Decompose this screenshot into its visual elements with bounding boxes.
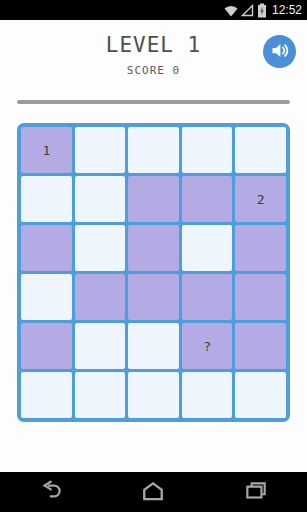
tile-r5c4[interactable]: ? — [182, 323, 233, 369]
tile-r2c1[interactable] — [21, 176, 72, 222]
speaker-icon — [269, 40, 290, 64]
tile-r1c3[interactable] — [128, 127, 179, 173]
header-divider — [17, 100, 290, 104]
recents-button[interactable] — [221, 472, 291, 512]
tile-r4c1[interactable] — [21, 274, 72, 320]
tile-r1c1[interactable]: 1 — [21, 127, 72, 173]
recents-icon — [243, 478, 269, 507]
tile-r6c5[interactable] — [235, 372, 286, 418]
tile-r4c3[interactable] — [128, 274, 179, 320]
tile-r6c1[interactable] — [21, 372, 72, 418]
tile-r6c3[interactable] — [128, 372, 179, 418]
tile-r6c2[interactable] — [75, 372, 126, 418]
tile-r3c2[interactable] — [75, 225, 126, 271]
score-text: SCORE 0 — [0, 64, 307, 77]
tile-r3c4[interactable] — [182, 225, 233, 271]
tile-r1c4[interactable] — [182, 127, 233, 173]
wifi-icon — [224, 4, 238, 17]
tile-r4c4[interactable] — [182, 274, 233, 320]
tile-r5c2[interactable] — [75, 323, 126, 369]
cell-signal-icon — [241, 4, 254, 17]
header: LEVEL 1 SCORE 0 — [0, 20, 307, 100]
tile-r3c1[interactable] — [21, 225, 72, 271]
tile-r5c1[interactable] — [21, 323, 72, 369]
battery-charging-icon — [257, 3, 267, 18]
tile-r4c5[interactable] — [235, 274, 286, 320]
tile-r4c2[interactable] — [75, 274, 126, 320]
tile-r2c2[interactable] — [75, 176, 126, 222]
tile-r2c3[interactable] — [128, 176, 179, 222]
tile-r1c5[interactable] — [235, 127, 286, 173]
tile-r6c4[interactable] — [182, 372, 233, 418]
tile-r1c2[interactable] — [75, 127, 126, 173]
home-button[interactable] — [118, 472, 188, 512]
android-nav-bar — [0, 472, 307, 512]
tile-r3c5[interactable] — [235, 225, 286, 271]
back-icon — [38, 478, 64, 507]
tile-r2c5[interactable]: 2 — [235, 176, 286, 222]
page-title: LEVEL 1 — [0, 33, 307, 57]
status-bar: 12:52 — [0, 0, 307, 20]
tile-r5c3[interactable] — [128, 323, 179, 369]
tile-r3c3[interactable] — [128, 225, 179, 271]
board: 12? — [17, 123, 290, 422]
sound-toggle-button[interactable] — [263, 35, 296, 68]
back-button[interactable] — [16, 472, 86, 512]
status-clock: 12:52 — [272, 3, 302, 17]
home-icon — [139, 477, 167, 508]
tile-r2c4[interactable] — [182, 176, 233, 222]
tile-r5c5[interactable] — [235, 323, 286, 369]
